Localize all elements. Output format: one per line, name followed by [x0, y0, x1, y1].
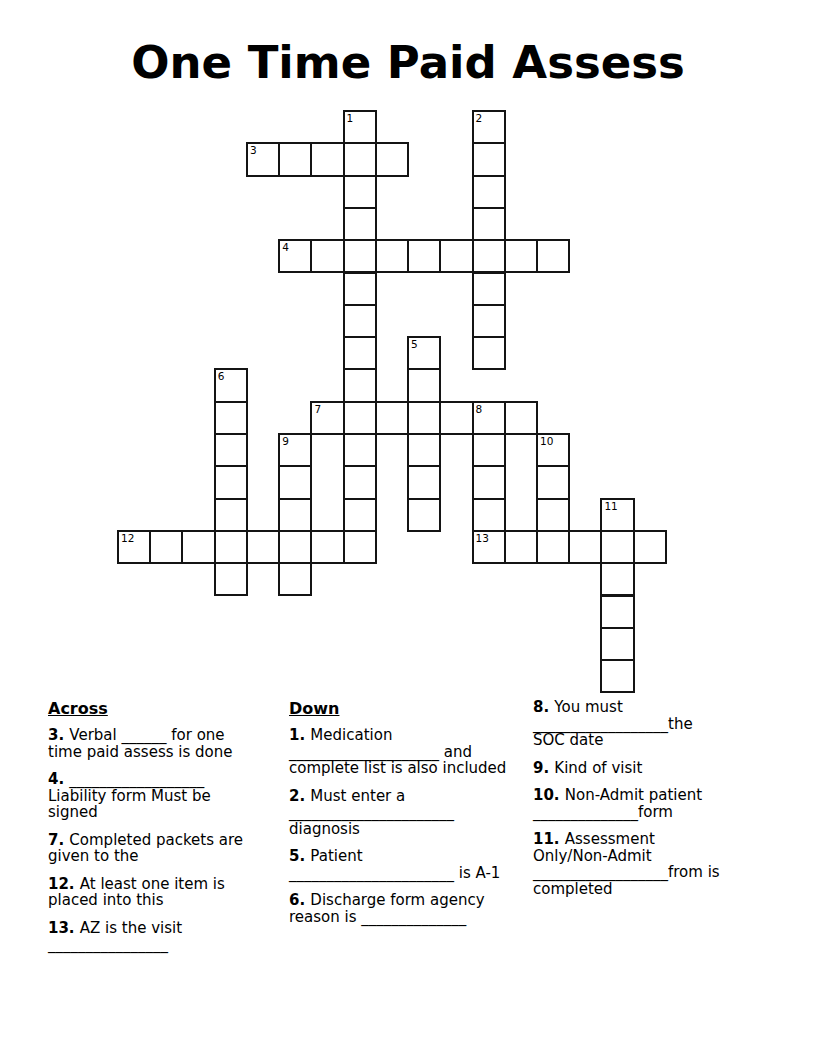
grid-cell[interactable]: [278, 562, 312, 596]
clue-number: 2.: [289, 787, 310, 805]
grid-cell[interactable]: [278, 498, 312, 532]
grid-cell[interactable]: [504, 530, 538, 564]
down-heading: Down: [289, 699, 521, 718]
clue-7: 7. Completed packets are given to the: [48, 832, 244, 865]
grid-cell[interactable]: 12: [117, 530, 151, 564]
grid-cell[interactable]: [472, 465, 506, 499]
grid-cell[interactable]: [375, 239, 409, 273]
clue-4: 4. __________________ Liability form Mus…: [48, 771, 244, 821]
grid-cell[interactable]: [310, 239, 344, 273]
grid-cell[interactable]: [472, 175, 506, 209]
grid-cell[interactable]: [600, 530, 634, 564]
grid-cell[interactable]: [504, 239, 538, 273]
down-clue-list-continued: 8. You must __________________the SOC da…: [533, 699, 723, 897]
grid-cell[interactable]: [214, 433, 248, 467]
grid-cell[interactable]: 9: [278, 433, 312, 467]
grid-cell[interactable]: [600, 659, 634, 693]
grid-cell[interactable]: [472, 272, 506, 306]
grid-cell[interactable]: [407, 498, 441, 532]
clue-number: 6.: [289, 891, 310, 909]
cell-number: 4: [282, 242, 289, 253]
grid-cell[interactable]: [343, 498, 377, 532]
cell-number: 1: [347, 113, 354, 124]
grid-cell[interactable]: [214, 562, 248, 596]
grid-cell[interactable]: [407, 368, 441, 402]
across-clue-list: 3. Verbal ______ for one time paid asses…: [48, 727, 244, 953]
cell-number: 8: [476, 404, 483, 415]
clue-1: 1. Medication ____________________ and c…: [289, 727, 521, 777]
grid-cell[interactable]: [407, 239, 441, 273]
cell-number: 3: [250, 145, 257, 156]
clue-number: 13.: [48, 919, 80, 937]
clue-number: 5.: [289, 847, 310, 865]
grid-cell[interactable]: [472, 433, 506, 467]
clue-8: 8. You must __________________the SOC da…: [533, 699, 723, 749]
grid-cell[interactable]: 2: [472, 110, 506, 144]
grid-cell[interactable]: [472, 336, 506, 370]
down-clue-list: 1. Medication ____________________ and c…: [289, 727, 521, 925]
clue-2: 2. Must enter a ______________________ d…: [289, 788, 521, 838]
cell-number: 5: [411, 339, 418, 350]
grid-cell[interactable]: [375, 401, 409, 435]
cell-number: 11: [604, 501, 617, 512]
grid-cell[interactable]: [181, 530, 215, 564]
grid-cell[interactable]: [600, 595, 634, 629]
grid-cell[interactable]: [536, 465, 570, 499]
grid-cell[interactable]: [472, 239, 506, 273]
cell-number: 6: [218, 371, 225, 382]
clue-number: 8.: [533, 698, 554, 716]
grid-cell[interactable]: 6: [214, 368, 248, 402]
grid-cell[interactable]: [343, 142, 377, 176]
clue-5: 5. Patient ______________________ is A-1: [289, 848, 521, 881]
clue-number: 10.: [533, 786, 565, 804]
clue-number: 4.: [48, 770, 69, 788]
across-heading: Across: [48, 699, 244, 718]
grid-cell[interactable]: [407, 433, 441, 467]
cell-number: 10: [540, 436, 553, 447]
grid-cell[interactable]: [343, 401, 377, 435]
grid-cell[interactable]: [407, 401, 441, 435]
cell-number: 9: [282, 436, 289, 447]
grid-cell[interactable]: [343, 465, 377, 499]
grid-cell[interactable]: [375, 142, 409, 176]
grid-cell[interactable]: [343, 239, 377, 273]
grid-cell[interactable]: [278, 530, 312, 564]
grid-cell[interactable]: [472, 142, 506, 176]
clue-13: 13. AZ is the visit ________________: [48, 920, 244, 953]
cell-number: 13: [476, 533, 489, 544]
grid-cell[interactable]: [600, 627, 634, 661]
grid-cell[interactable]: [439, 401, 473, 435]
clue-number: 7.: [48, 831, 69, 849]
cell-number: 2: [476, 113, 483, 124]
grid-cell[interactable]: 13: [472, 530, 506, 564]
clue-10: 10. Non-Admit patient ______________form: [533, 787, 723, 820]
grid-cell[interactable]: 10: [536, 433, 570, 467]
grid-cell[interactable]: [214, 530, 248, 564]
grid-cell[interactable]: [439, 239, 473, 273]
grid-cell[interactable]: [568, 530, 602, 564]
grid-cell[interactable]: [536, 498, 570, 532]
grid-cell[interactable]: 1: [343, 110, 377, 144]
grid-cell[interactable]: [472, 498, 506, 532]
clue-6: 6. Discharge form agency reason is _____…: [289, 892, 521, 925]
clue-number: 1.: [289, 726, 310, 744]
grid-cell[interactable]: 4: [278, 239, 312, 273]
grid-cell[interactable]: [214, 401, 248, 435]
clue-12: 12. At least one item is placed into thi…: [48, 876, 244, 909]
grid-cell[interactable]: [214, 498, 248, 532]
grid-cell[interactable]: [310, 530, 344, 564]
cell-number: 12: [121, 533, 134, 544]
grid-cell[interactable]: [536, 239, 570, 273]
grid-cell[interactable]: [536, 530, 570, 564]
grid-cell[interactable]: [472, 304, 506, 338]
down-clues-column-2: 8. You must __________________the SOC da…: [533, 699, 723, 908]
grid-cell[interactable]: 11: [600, 498, 634, 532]
clue-number: 12.: [48, 875, 80, 893]
clue-3: 3. Verbal ______ for one time paid asses…: [48, 727, 244, 760]
clue-11: 11. Assessment Only/Non-Admit __________…: [533, 831, 723, 897]
grid-cell[interactable]: 3: [246, 142, 280, 176]
crossword-worksheet: { "game": "crossword", "title": "One Tim…: [0, 0, 816, 1056]
grid-cell[interactable]: 8: [472, 401, 506, 435]
grid-cell[interactable]: [278, 465, 312, 499]
clue-number: 11.: [533, 830, 565, 848]
clue-number: 9.: [533, 759, 554, 777]
across-clues-column: Across 3. Verbal ______ for one time pai…: [48, 699, 244, 964]
grid-cell[interactable]: [343, 368, 377, 402]
grid-cell[interactable]: [472, 207, 506, 241]
grid-cell[interactable]: [343, 272, 377, 306]
grid-cell[interactable]: [600, 562, 634, 596]
puzzle-title: One Time Paid Assess: [0, 36, 816, 89]
grid-cell[interactable]: [343, 175, 377, 209]
down-clues-column: Down 1. Medication ____________________ …: [289, 699, 521, 936]
crossword-grid: 12345678910111213: [117, 110, 667, 694]
clue-9: 9. Kind of visit: [533, 760, 723, 777]
grid-cell[interactable]: [214, 465, 248, 499]
grid-cell[interactable]: [149, 530, 183, 564]
grid-cell[interactable]: [343, 304, 377, 338]
grid-cell[interactable]: [343, 207, 377, 241]
grid-cell[interactable]: 5: [407, 336, 441, 370]
grid-cell[interactable]: [246, 530, 280, 564]
grid-cell[interactable]: [310, 142, 344, 176]
clue-number: 3.: [48, 726, 69, 744]
cell-number: 7: [314, 404, 321, 415]
grid-cell[interactable]: [504, 401, 538, 435]
grid-cell[interactable]: [633, 530, 667, 564]
grid-cell[interactable]: [278, 142, 312, 176]
grid-cell[interactable]: [343, 530, 377, 564]
grid-cell[interactable]: [343, 336, 377, 370]
grid-cell[interactable]: [343, 433, 377, 467]
grid-cell[interactable]: 7: [310, 401, 344, 435]
grid-cell[interactable]: [407, 465, 441, 499]
